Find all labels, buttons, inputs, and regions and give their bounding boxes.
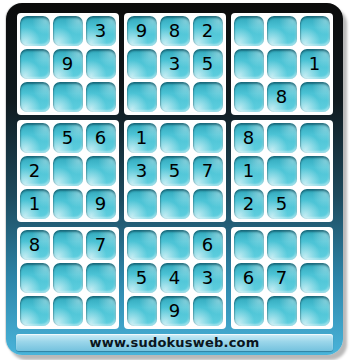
cell-r3c6[interactable] xyxy=(193,82,223,112)
cell-r9c3[interactable] xyxy=(86,296,116,326)
cell-r4c1[interactable] xyxy=(20,123,50,153)
cell-r7c2[interactable] xyxy=(53,230,83,260)
cell-r1c8[interactable] xyxy=(267,16,297,46)
page: 3998235185621913578125876543967 www.sudo… xyxy=(0,0,350,360)
sudoku-grid: 3998235185621913578125876543967 xyxy=(16,13,333,329)
cell-r3c2[interactable] xyxy=(53,82,83,112)
cell-r2c4[interactable] xyxy=(127,49,157,79)
cell-r1c5[interactable]: 8 xyxy=(160,16,190,46)
cell-r8c4[interactable]: 5 xyxy=(127,263,157,293)
cell-r5c7[interactable]: 1 xyxy=(234,156,264,186)
cell-r6c6[interactable] xyxy=(193,189,223,219)
cell-r5c2[interactable] xyxy=(53,156,83,186)
cell-r3c5[interactable] xyxy=(160,82,190,112)
cell-r7c4[interactable] xyxy=(127,230,157,260)
cell-r5c8[interactable] xyxy=(267,156,297,186)
cell-r3c9[interactable] xyxy=(300,82,330,112)
cell-r6c3[interactable]: 9 xyxy=(86,189,116,219)
cell-r4c4[interactable]: 1 xyxy=(127,123,157,153)
cell-r5c6[interactable]: 7 xyxy=(193,156,223,186)
cell-r9c6[interactable] xyxy=(193,296,223,326)
cell-r5c3[interactable] xyxy=(86,156,116,186)
cell-r6c7[interactable]: 2 xyxy=(234,189,264,219)
cell-r9c8[interactable] xyxy=(267,296,297,326)
cell-r5c4[interactable]: 3 xyxy=(127,156,157,186)
cell-r7c8[interactable] xyxy=(267,230,297,260)
cell-r7c7[interactable] xyxy=(234,230,264,260)
cell-r1c6[interactable]: 2 xyxy=(193,16,223,46)
cell-r6c8[interactable]: 5 xyxy=(267,189,297,219)
sudoku-board: 3998235185621913578125876543967 www.sudo… xyxy=(6,3,343,355)
cell-r1c2[interactable] xyxy=(53,16,83,46)
cell-r8c2[interactable] xyxy=(53,263,83,293)
cell-r4c6[interactable] xyxy=(193,123,223,153)
cell-r2c6[interactable]: 5 xyxy=(193,49,223,79)
sudoku-box-3-1: 87 xyxy=(17,227,119,329)
cell-r8c8[interactable]: 7 xyxy=(267,263,297,293)
cell-r9c9[interactable] xyxy=(300,296,330,326)
cell-r3c1[interactable] xyxy=(20,82,50,112)
cell-r2c7[interactable] xyxy=(234,49,264,79)
sudoku-box-2-3: 8125 xyxy=(231,120,333,222)
cell-r6c9[interactable] xyxy=(300,189,330,219)
cell-r9c1[interactable] xyxy=(20,296,50,326)
sudoku-box-3-2: 65439 xyxy=(124,227,226,329)
cell-r4c2[interactable]: 5 xyxy=(53,123,83,153)
cell-r3c7[interactable] xyxy=(234,82,264,112)
cell-r4c3[interactable]: 6 xyxy=(86,123,116,153)
sudoku-box-1-3: 18 xyxy=(231,13,333,115)
cell-r5c5[interactable]: 5 xyxy=(160,156,190,186)
cell-r3c8[interactable]: 8 xyxy=(267,82,297,112)
cell-r5c9[interactable] xyxy=(300,156,330,186)
cell-r7c1[interactable]: 8 xyxy=(20,230,50,260)
cell-r3c4[interactable] xyxy=(127,82,157,112)
cell-r1c9[interactable] xyxy=(300,16,330,46)
cell-r1c7[interactable] xyxy=(234,16,264,46)
cell-r7c3[interactable]: 7 xyxy=(86,230,116,260)
cell-r6c1[interactable]: 1 xyxy=(20,189,50,219)
sudoku-box-1-1: 39 xyxy=(17,13,119,115)
cell-r4c7[interactable]: 8 xyxy=(234,123,264,153)
sudoku-box-2-2: 1357 xyxy=(124,120,226,222)
cell-r2c8[interactable] xyxy=(267,49,297,79)
cell-r6c2[interactable] xyxy=(53,189,83,219)
cell-r1c3[interactable]: 3 xyxy=(86,16,116,46)
footer-bar: www.sudokusweb.com xyxy=(16,334,333,351)
cell-r8c9[interactable] xyxy=(300,263,330,293)
cell-r9c5[interactable]: 9 xyxy=(160,296,190,326)
cell-r8c1[interactable] xyxy=(20,263,50,293)
cell-r7c5[interactable] xyxy=(160,230,190,260)
cell-r9c4[interactable] xyxy=(127,296,157,326)
cell-r4c9[interactable] xyxy=(300,123,330,153)
cell-r2c3[interactable] xyxy=(86,49,116,79)
cell-r8c3[interactable] xyxy=(86,263,116,293)
site-url[interactable]: www.sudokusweb.com xyxy=(90,335,260,350)
cell-r1c1[interactable] xyxy=(20,16,50,46)
cell-r8c7[interactable]: 6 xyxy=(234,263,264,293)
cell-r2c5[interactable]: 3 xyxy=(160,49,190,79)
cell-r5c1[interactable]: 2 xyxy=(20,156,50,186)
cell-r2c1[interactable] xyxy=(20,49,50,79)
cell-r4c8[interactable] xyxy=(267,123,297,153)
cell-r3c3[interactable] xyxy=(86,82,116,112)
sudoku-box-1-2: 98235 xyxy=(124,13,226,115)
cell-r6c5[interactable] xyxy=(160,189,190,219)
cell-r8c5[interactable]: 4 xyxy=(160,263,190,293)
cell-r1c4[interactable]: 9 xyxy=(127,16,157,46)
cell-r2c2[interactable]: 9 xyxy=(53,49,83,79)
cell-r6c4[interactable] xyxy=(127,189,157,219)
cell-r7c9[interactable] xyxy=(300,230,330,260)
cell-r9c2[interactable] xyxy=(53,296,83,326)
sudoku-box-2-1: 56219 xyxy=(17,120,119,222)
cell-r2c9[interactable]: 1 xyxy=(300,49,330,79)
cell-r7c6[interactable]: 6 xyxy=(193,230,223,260)
cell-r8c6[interactable]: 3 xyxy=(193,263,223,293)
cell-r9c7[interactable] xyxy=(234,296,264,326)
sudoku-box-3-3: 67 xyxy=(231,227,333,329)
cell-r4c5[interactable] xyxy=(160,123,190,153)
